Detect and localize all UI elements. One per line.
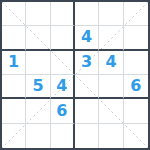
cell-r4c1[interactable]: [2, 75, 26, 99]
cell-r5c1[interactable]: [2, 99, 26, 123]
cell-r5c3[interactable]: 6: [51, 99, 75, 123]
cell-r5c6[interactable]: [124, 99, 148, 123]
cell-r1c3[interactable]: [51, 2, 75, 26]
cell-r3c5[interactable]: 4: [99, 51, 123, 75]
given-digit: 4: [81, 29, 92, 45]
cell-r5c4[interactable]: [75, 99, 99, 123]
given-digit: 4: [105, 54, 116, 70]
cell-r1c1[interactable]: [2, 2, 26, 26]
cell-r4c4[interactable]: [75, 75, 99, 99]
cell-r2c1[interactable]: [2, 26, 26, 50]
sudoku-grid: 41345466: [2, 2, 148, 148]
cell-r1c5[interactable]: [99, 2, 123, 26]
cell-r2c4[interactable]: 4: [75, 26, 99, 50]
cell-r6c1[interactable]: [2, 124, 26, 148]
cell-r1c2[interactable]: [26, 2, 50, 26]
cell-r2c5[interactable]: [99, 26, 123, 50]
cell-r6c5[interactable]: [99, 124, 123, 148]
cell-r3c3[interactable]: [51, 51, 75, 75]
cell-r4c2[interactable]: 5: [26, 75, 50, 99]
given-digit: 5: [32, 78, 43, 94]
given-digit: 6: [56, 103, 67, 119]
cell-r2c2[interactable]: [26, 26, 50, 50]
given-digit: 1: [8, 54, 19, 70]
cell-r6c2[interactable]: [26, 124, 50, 148]
cell-r3c4[interactable]: 3: [75, 51, 99, 75]
cell-r3c1[interactable]: 1: [2, 51, 26, 75]
cell-r4c5[interactable]: [99, 75, 123, 99]
cell-r5c2[interactable]: [26, 99, 50, 123]
cell-r2c6[interactable]: [124, 26, 148, 50]
given-digit: 4: [56, 78, 67, 94]
given-digit: 3: [81, 54, 92, 70]
cell-r6c4[interactable]: [75, 124, 99, 148]
given-digit: 6: [130, 78, 141, 94]
sudoku-board: 41345466: [0, 0, 150, 150]
cell-r4c3[interactable]: 4: [51, 75, 75, 99]
cell-r1c6[interactable]: [124, 2, 148, 26]
cell-r1c4[interactable]: [75, 2, 99, 26]
cell-r5c5[interactable]: [99, 99, 123, 123]
cell-r3c2[interactable]: [26, 51, 50, 75]
cell-r2c3[interactable]: [51, 26, 75, 50]
cell-r3c6[interactable]: [124, 51, 148, 75]
cell-r6c3[interactable]: [51, 124, 75, 148]
cell-r4c6[interactable]: 6: [124, 75, 148, 99]
cell-r6c6[interactable]: [124, 124, 148, 148]
